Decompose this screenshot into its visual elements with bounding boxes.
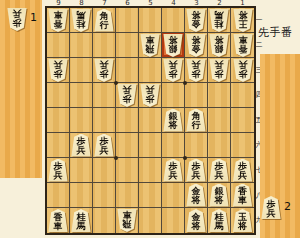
- piece-pawn-sente[interactable]: 歩兵: [186, 159, 206, 182]
- piece-pawn-gote[interactable]: 歩兵: [48, 59, 68, 82]
- piece-kanji: 飛: [146, 44, 155, 53]
- piece-kanji: 兵: [238, 60, 247, 69]
- piece-kanji: 将: [192, 10, 201, 19]
- piece-gold-gote[interactable]: 金将: [186, 34, 206, 57]
- board-square[interactable]: 王将: [231, 8, 254, 33]
- piece-pawn-gote[interactable]: 歩兵: [94, 59, 114, 82]
- board-square[interactable]: [139, 133, 162, 158]
- board-square[interactable]: [139, 58, 162, 83]
- board-square[interactable]: 香車: [231, 183, 254, 208]
- piece-kanji: 兵: [146, 85, 155, 94]
- board-square[interactable]: [116, 183, 139, 208]
- piece-kanji: 行: [100, 21, 109, 30]
- board-square[interactable]: [70, 83, 93, 108]
- board-square[interactable]: 歩兵: [93, 133, 116, 158]
- gote-hand-pawn-count: 1: [30, 11, 37, 24]
- shogi-board: 香車桂馬角行金将桂馬王将飛車銀将金将銀将香車歩兵歩兵歩兵歩兵歩兵歩兵歩兵歩兵銀将…: [45, 6, 256, 235]
- board-square[interactable]: [47, 183, 70, 208]
- piece-pawn-gote[interactable]: 歩兵: [209, 59, 229, 82]
- board-square[interactable]: 歩兵: [47, 158, 70, 183]
- board-square[interactable]: [185, 83, 208, 108]
- board-square[interactable]: [231, 83, 254, 108]
- piece-kanji: 兵: [215, 171, 224, 180]
- board-square[interactable]: 桂馬: [208, 208, 231, 233]
- piece-kanji: 兵: [77, 146, 86, 155]
- board-square[interactable]: 歩兵: [93, 58, 116, 83]
- board-square[interactable]: [47, 108, 70, 133]
- piece-kanji: 馬: [77, 222, 86, 231]
- piece-kanji: 将: [238, 222, 247, 231]
- board-square[interactable]: 玉将: [231, 208, 254, 233]
- board-square[interactable]: 香車: [47, 208, 70, 233]
- piece-kanji: 金: [192, 19, 201, 28]
- piece-pawn-sente[interactable]: 歩兵: [163, 159, 183, 182]
- board-square[interactable]: [162, 8, 185, 33]
- board-square[interactable]: 歩兵: [162, 158, 185, 183]
- piece-kanji: 歩: [100, 69, 109, 78]
- board-square[interactable]: [116, 33, 139, 58]
- board-square[interactable]: [139, 108, 162, 133]
- piece-gold-sente[interactable]: 金将: [186, 209, 206, 232]
- piece-king-gote[interactable]: 王将: [233, 9, 253, 32]
- piece-kanji: 飛: [123, 220, 132, 229]
- board-square[interactable]: [47, 83, 70, 108]
- board-square[interactable]: [116, 8, 139, 33]
- board-square[interactable]: 角行: [93, 8, 116, 33]
- piece-kanji: 桂: [215, 19, 224, 28]
- board-square[interactable]: [208, 83, 231, 108]
- board-square[interactable]: [70, 58, 93, 83]
- piece-kanji: 兵: [54, 171, 63, 180]
- piece-kanji: 兵: [54, 60, 63, 69]
- piece-pawn-gote[interactable]: 歩兵: [163, 59, 183, 82]
- board-square[interactable]: 桂馬: [70, 208, 93, 233]
- piece-kanji: 兵: [169, 60, 178, 69]
- piece-kanji: 兵: [238, 171, 247, 180]
- board-square[interactable]: 歩兵: [231, 158, 254, 183]
- board-square[interactable]: 金将: [185, 183, 208, 208]
- sente-hand-pawn-count: 2: [284, 200, 291, 213]
- piece-kanji: 香: [54, 19, 63, 28]
- piece-kanji: 王: [238, 19, 247, 28]
- board-square[interactable]: 歩兵: [139, 83, 162, 108]
- board-square[interactable]: 歩兵: [47, 58, 70, 83]
- board-square[interactable]: [231, 133, 254, 158]
- piece-silver-gote[interactable]: 銀将: [163, 34, 183, 57]
- piece-kanji: 兵: [100, 60, 109, 69]
- board-square[interactable]: 金将: [185, 33, 208, 58]
- piece-knight-gote[interactable]: 桂馬: [71, 9, 91, 32]
- board-square[interactable]: [47, 33, 70, 58]
- board-square[interactable]: [70, 108, 93, 133]
- board-square[interactable]: 歩兵: [185, 158, 208, 183]
- piece-kanji: 馬: [215, 10, 224, 19]
- piece-lance-gote[interactable]: 香車: [48, 9, 68, 32]
- piece-kanji: 金: [192, 44, 201, 53]
- piece-kanji: 歩: [169, 69, 178, 78]
- board-square[interactable]: [208, 133, 231, 158]
- star-point: [114, 156, 118, 160]
- piece-kanji: 歩: [13, 19, 22, 28]
- board-square[interactable]: [139, 8, 162, 33]
- piece-silver-gote[interactable]: 銀将: [209, 34, 229, 57]
- board-square[interactable]: 金将: [185, 208, 208, 233]
- board-square[interactable]: 銀将: [208, 183, 231, 208]
- piece-king-sente[interactable]: 玉将: [233, 209, 253, 232]
- piece-kanji: 車: [238, 35, 247, 44]
- piece-kanji: 銀: [215, 44, 224, 53]
- piece-kanji: 将: [169, 35, 178, 44]
- board-square[interactable]: [116, 133, 139, 158]
- piece-gold-sente[interactable]: 金将: [186, 184, 206, 207]
- board-square[interactable]: 銀将: [208, 33, 231, 58]
- board-square[interactable]: 香車: [231, 33, 254, 58]
- piece-pawn-sente[interactable]: 歩兵: [71, 134, 91, 157]
- piece-kanji: 馬: [215, 222, 224, 231]
- board-square[interactable]: [93, 158, 116, 183]
- board-square[interactable]: 歩兵: [116, 83, 139, 108]
- board-square[interactable]: [162, 83, 185, 108]
- piece-kanji: 車: [123, 211, 132, 220]
- piece-kanji: 香: [238, 44, 247, 53]
- piece-lance-sente[interactable]: 香車: [48, 209, 68, 232]
- board-square[interactable]: 歩兵: [208, 58, 231, 83]
- piece-kanji: 車: [146, 35, 155, 44]
- board-square[interactable]: 銀将: [162, 33, 185, 58]
- piece-kanji: 将: [215, 196, 224, 205]
- sente-hand-pawn[interactable]: 歩兵: [261, 196, 281, 219]
- piece-kanji: 兵: [215, 60, 224, 69]
- board-square[interactable]: [70, 158, 93, 183]
- piece-kanji: 車: [54, 222, 63, 231]
- board-square[interactable]: [185, 133, 208, 158]
- board-square[interactable]: [162, 208, 185, 233]
- board-square[interactable]: [93, 183, 116, 208]
- piece-kanji: 将: [192, 196, 201, 205]
- piece-bishop-sente[interactable]: 角行: [94, 9, 114, 32]
- shogi-app: 歩兵 1 987654321 香車桂馬角行金将桂馬王将飛車銀将金将銀将香車歩兵歩…: [0, 0, 300, 238]
- piece-pawn-gote[interactable]: 歩兵: [117, 84, 137, 107]
- board-square[interactable]: [93, 108, 116, 133]
- piece-kanji: 歩: [215, 69, 224, 78]
- board-square[interactable]: 銀将: [162, 108, 185, 133]
- board-square[interactable]: 歩兵: [185, 58, 208, 83]
- piece-kanji: 馬: [77, 10, 86, 19]
- piece-kanji: 車: [238, 196, 247, 205]
- piece-kanji: 銀: [169, 44, 178, 53]
- board-square[interactable]: [162, 133, 185, 158]
- piece-knight-sente[interactable]: 桂馬: [71, 209, 91, 232]
- board-square[interactable]: [70, 183, 93, 208]
- piece-pawn-sente[interactable]: 歩兵: [94, 134, 114, 157]
- piece-kanji: 兵: [192, 60, 201, 69]
- piece-lance-sente[interactable]: 香車: [233, 184, 253, 207]
- board-square[interactable]: [93, 33, 116, 58]
- board-square[interactable]: 香車: [47, 8, 70, 33]
- piece-pawn-sente[interactable]: 歩兵: [233, 159, 253, 182]
- board-square[interactable]: [208, 108, 231, 133]
- piece-kanji: 歩: [123, 94, 132, 103]
- piece-kanji: 兵: [169, 171, 178, 180]
- piece-kanji: 行: [192, 121, 201, 130]
- board-square[interactable]: [116, 158, 139, 183]
- piece-pawn-gote[interactable]: 歩兵: [186, 59, 206, 82]
- piece-kanji: 兵: [100, 146, 109, 155]
- board-square[interactable]: 桂馬: [70, 8, 93, 33]
- piece-pawn-sente[interactable]: 歩兵: [48, 159, 68, 182]
- piece-pawn-gote[interactable]: 歩兵: [233, 59, 253, 82]
- board-square[interactable]: [231, 108, 254, 133]
- turn-indicator: 先手番: [258, 25, 293, 40]
- board-square[interactable]: [70, 33, 93, 58]
- piece-kanji: 将: [192, 222, 201, 231]
- piece-lance-gote[interactable]: 香車: [233, 34, 253, 57]
- board-square[interactable]: 飛車: [139, 33, 162, 58]
- piece-silver-sente[interactable]: 銀将: [163, 109, 183, 132]
- piece-kanji: 将: [169, 121, 178, 130]
- board-square[interactable]: [47, 133, 70, 158]
- board-square[interactable]: 角行: [185, 108, 208, 133]
- piece-kanji: 歩: [192, 69, 201, 78]
- piece-kanji: 兵: [13, 10, 22, 19]
- board-square[interactable]: 金将: [185, 8, 208, 33]
- piece-bishop-sente[interactable]: 角行: [186, 109, 206, 132]
- board-square[interactable]: 歩兵: [231, 58, 254, 83]
- piece-kanji: 兵: [267, 209, 276, 218]
- piece-rook-gote[interactable]: 飛車: [117, 209, 137, 232]
- board-square[interactable]: 桂馬: [208, 8, 231, 33]
- board-square[interactable]: 歩兵: [162, 58, 185, 83]
- board-square[interactable]: [116, 58, 139, 83]
- piece-pawn-gote[interactable]: 歩兵: [140, 84, 160, 107]
- piece-kanji: 兵: [123, 85, 132, 94]
- board-square[interactable]: 飛車: [116, 208, 139, 233]
- board-square[interactable]: [139, 208, 162, 233]
- star-point: [183, 81, 187, 85]
- piece-kanji: 歩: [146, 94, 155, 103]
- piece-kanji: 歩: [238, 69, 247, 78]
- board-square[interactable]: 歩兵: [70, 133, 93, 158]
- board-square[interactable]: [139, 183, 162, 208]
- board-square[interactable]: [116, 108, 139, 133]
- piece-kanji: 桂: [77, 19, 86, 28]
- piece-kanji: 将: [192, 35, 201, 44]
- board-square[interactable]: 歩兵: [208, 158, 231, 183]
- piece-rook-gote[interactable]: 飛車: [140, 34, 160, 57]
- piece-knight-sente[interactable]: 桂馬: [209, 209, 229, 232]
- piece-pawn-sente[interactable]: 歩兵: [209, 159, 229, 182]
- piece-kanji: 車: [54, 10, 63, 19]
- piece-knight-gote[interactable]: 桂馬: [209, 9, 229, 32]
- piece-gold-gote[interactable]: 金将: [186, 9, 206, 32]
- piece-kanji: 兵: [192, 171, 201, 180]
- piece-kanji: 将: [238, 10, 247, 19]
- gote-hand-pawn[interactable]: 歩兵: [7, 8, 27, 31]
- board-square[interactable]: [93, 83, 116, 108]
- board-square[interactable]: [93, 208, 116, 233]
- piece-kanji: 将: [215, 35, 224, 44]
- piece-silver-sente[interactable]: 銀将: [209, 184, 229, 207]
- board-square[interactable]: [139, 158, 162, 183]
- board-square[interactable]: [162, 183, 185, 208]
- piece-kanji: 歩: [54, 69, 63, 78]
